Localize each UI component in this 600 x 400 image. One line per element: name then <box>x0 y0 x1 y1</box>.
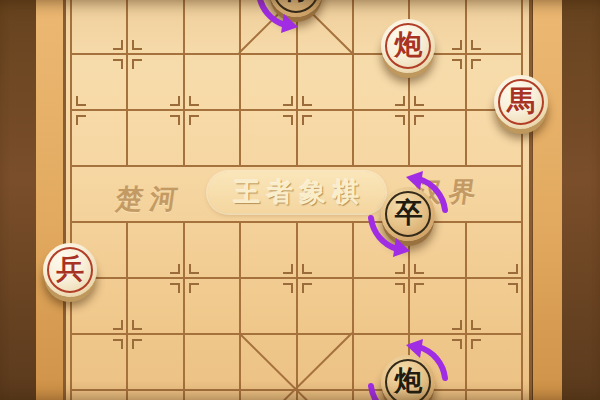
point-marker <box>302 96 312 106</box>
point-marker <box>132 339 142 349</box>
board-frame-right <box>533 0 562 400</box>
point-marker <box>189 264 199 274</box>
point-marker <box>113 339 123 349</box>
grid-line <box>352 221 354 400</box>
point-marker <box>471 320 481 330</box>
point-marker <box>283 264 293 274</box>
piece-red-cannon[interactable]: 炮 <box>381 19 435 73</box>
point-marker <box>189 283 199 293</box>
point-marker <box>395 96 405 106</box>
point-marker <box>471 59 481 69</box>
point-marker <box>452 339 462 349</box>
point-marker <box>508 264 518 274</box>
grid-line <box>352 0 354 165</box>
grid-line <box>183 221 185 400</box>
app-title-plaque: 王者象棋 <box>208 172 385 213</box>
point-marker <box>414 96 424 106</box>
point-marker <box>76 115 86 125</box>
piece-character: 兵 <box>56 255 84 283</box>
point-marker <box>414 115 424 125</box>
piece-character: 馬 <box>507 87 535 115</box>
point-marker <box>189 115 199 125</box>
grid-line <box>126 221 128 400</box>
point-marker <box>283 283 293 293</box>
point-marker <box>395 283 405 293</box>
point-marker <box>76 96 86 106</box>
app-title-text: 王者象棋 <box>227 175 366 210</box>
point-marker <box>113 59 123 69</box>
point-marker <box>170 264 180 274</box>
point-marker <box>283 115 293 125</box>
grid-line <box>239 0 241 165</box>
board-frame-left <box>36 0 64 400</box>
point-marker <box>283 96 293 106</box>
point-marker <box>113 320 123 330</box>
point-marker <box>302 283 312 293</box>
point-marker <box>132 320 142 330</box>
point-marker <box>189 96 199 106</box>
point-marker <box>132 59 142 69</box>
board-border-right <box>529 0 532 400</box>
point-marker <box>170 115 180 125</box>
point-marker <box>471 40 481 50</box>
point-marker <box>471 339 481 349</box>
piece-red-horse[interactable]: 馬 <box>494 75 548 129</box>
grid-line <box>465 0 467 165</box>
grid-line <box>296 221 298 400</box>
grid-line <box>70 0 72 400</box>
point-marker <box>302 115 312 125</box>
piece-character: 炮 <box>394 31 422 59</box>
grid-line <box>521 0 523 400</box>
piece-character: 卒 <box>394 199 422 227</box>
point-marker <box>132 40 142 50</box>
river-label-chu-he: 楚河 <box>113 181 186 217</box>
point-marker <box>395 115 405 125</box>
point-marker <box>395 264 405 274</box>
point-marker <box>113 40 123 50</box>
point-marker <box>452 40 462 50</box>
piece-black-soldier[interactable]: 卒 <box>381 187 435 241</box>
grid-line <box>296 0 298 165</box>
point-marker <box>170 96 180 106</box>
grid-line <box>183 0 185 165</box>
point-marker <box>414 264 424 274</box>
point-marker <box>508 283 518 293</box>
point-marker <box>452 320 462 330</box>
piece-character: 将 <box>282 0 310 3</box>
point-marker <box>302 264 312 274</box>
point-marker <box>170 283 180 293</box>
point-marker <box>452 59 462 69</box>
grid-line <box>126 0 128 165</box>
piece-black-cannon[interactable]: 炮 <box>381 355 435 400</box>
grid-line <box>70 165 523 167</box>
xiangqi-app-screen: 楚河 汉界 王者象棋 将炮馬卒兵炮 <box>0 0 600 400</box>
point-marker <box>414 283 424 293</box>
piece-red-soldier[interactable]: 兵 <box>43 243 97 297</box>
grid-line <box>465 221 467 400</box>
grid-line <box>239 221 241 400</box>
piece-character: 炮 <box>394 367 422 395</box>
